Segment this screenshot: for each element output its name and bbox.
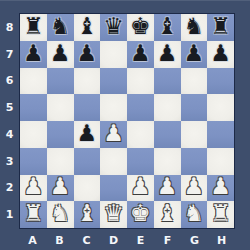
rank-label-5: 5 [0,94,19,121]
piece-black-pawn[interactable]: ♟ [77,42,98,67]
square-b3[interactable] [47,148,74,175]
piece-black-pawn[interactable]: ♟ [23,42,44,67]
file-label-e: E [127,229,154,250]
square-e1[interactable]: ♚ [127,201,154,228]
square-c6[interactable] [74,68,101,95]
square-b1[interactable]: ♞ [47,201,74,228]
square-h2[interactable]: ♟ [207,175,234,202]
square-h3[interactable] [207,148,234,175]
piece-black-pawn[interactable]: ♟ [77,122,98,147]
square-f8[interactable]: ♝ [154,14,181,41]
file-label-f: F [154,229,181,250]
square-b6[interactable] [47,68,74,95]
square-c5[interactable] [74,94,101,121]
square-a4[interactable] [20,121,47,148]
square-d7[interactable] [100,41,127,68]
rank-label-2: 2 [0,175,19,202]
square-a6[interactable] [20,68,47,95]
square-g4[interactable] [181,121,208,148]
piece-black-pawn[interactable]: ♟ [50,42,71,67]
rank-coordinates: 87654321 [0,14,19,228]
square-b7[interactable]: ♟ [47,41,74,68]
square-f5[interactable] [154,94,181,121]
square-g3[interactable] [181,148,208,175]
file-coordinates: ABCDEFGH [19,229,235,250]
piece-black-knight[interactable]: ♞ [50,15,71,40]
square-e4[interactable] [127,121,154,148]
square-d1[interactable]: ♛ [100,201,127,228]
square-c2[interactable] [74,175,101,202]
square-e3[interactable] [127,148,154,175]
square-g7[interactable]: ♟ [181,41,208,68]
file-label-b: B [46,229,73,250]
piece-white-queen[interactable]: ♛ [103,202,124,227]
piece-white-bishop[interactable]: ♝ [157,202,178,227]
piece-black-pawn[interactable]: ♟ [130,42,151,67]
square-h6[interactable] [207,68,234,95]
file-label-h: H [208,229,235,250]
piece-black-knight[interactable]: ♞ [184,15,205,40]
piece-white-pawn[interactable]: ♟ [50,175,71,200]
piece-white-pawn[interactable]: ♟ [103,122,124,147]
square-e5[interactable] [127,94,154,121]
square-e6[interactable] [127,68,154,95]
piece-black-bishop[interactable]: ♝ [157,15,178,40]
square-d6[interactable] [100,68,127,95]
chess-diagram: 87654321 ♜♞♝♛♚♝♞♜♟♟♟♟♟♟♟♟♟♟♟♟♟♟♟♜♞♝♛♚♝♞♜… [0,0,250,250]
square-b8[interactable]: ♞ [47,14,74,41]
piece-white-pawn[interactable]: ♟ [184,175,205,200]
piece-black-queen[interactable]: ♛ [103,15,124,40]
square-c8[interactable]: ♝ [74,14,101,41]
rank-label-3: 3 [0,148,19,175]
rank-label-1: 1 [0,201,19,228]
piece-white-pawn[interactable]: ♟ [210,175,231,200]
piece-white-rook[interactable]: ♜ [23,202,44,227]
square-h5[interactable] [207,94,234,121]
piece-white-pawn[interactable]: ♟ [23,175,44,200]
piece-black-pawn[interactable]: ♟ [157,42,178,67]
square-c3[interactable] [74,148,101,175]
file-label-d: D [100,229,127,250]
square-d4[interactable]: ♟ [100,121,127,148]
square-g8[interactable]: ♞ [181,14,208,41]
square-c1[interactable]: ♝ [74,201,101,228]
square-d2[interactable] [100,175,127,202]
piece-black-king[interactable]: ♚ [130,15,151,40]
square-h7[interactable]: ♟ [207,41,234,68]
rank-label-4: 4 [0,121,19,148]
square-d3[interactable] [100,148,127,175]
square-g1[interactable]: ♞ [181,201,208,228]
square-c7[interactable]: ♟ [74,41,101,68]
square-e7[interactable]: ♟ [127,41,154,68]
square-f4[interactable] [154,121,181,148]
square-c4[interactable]: ♟ [74,121,101,148]
square-b4[interactable] [47,121,74,148]
square-f2[interactable]: ♟ [154,175,181,202]
square-a8[interactable]: ♜ [20,14,47,41]
square-e8[interactable]: ♚ [127,14,154,41]
piece-black-bishop[interactable]: ♝ [77,15,98,40]
piece-black-rook[interactable]: ♜ [210,15,231,40]
square-a7[interactable]: ♟ [20,41,47,68]
piece-white-king[interactable]: ♚ [130,202,151,227]
square-f6[interactable] [154,68,181,95]
piece-white-pawn[interactable]: ♟ [130,175,151,200]
rank-label-7: 7 [0,41,19,68]
file-label-g: G [181,229,208,250]
piece-white-knight[interactable]: ♞ [50,202,71,227]
square-a2[interactable]: ♟ [20,175,47,202]
square-a5[interactable] [20,94,47,121]
square-e2[interactable]: ♟ [127,175,154,202]
piece-white-pawn[interactable]: ♟ [157,175,178,200]
chess-board: ♜♞♝♛♚♝♞♜♟♟♟♟♟♟♟♟♟♟♟♟♟♟♟♜♞♝♛♚♝♞♜ [19,13,235,229]
square-a3[interactable] [20,148,47,175]
square-f3[interactable] [154,148,181,175]
square-d8[interactable]: ♛ [100,14,127,41]
piece-white-rook[interactable]: ♜ [210,202,231,227]
piece-white-knight[interactable]: ♞ [184,202,205,227]
square-h1[interactable]: ♜ [207,201,234,228]
square-h8[interactable]: ♜ [207,14,234,41]
square-b2[interactable]: ♟ [47,175,74,202]
square-a1[interactable]: ♜ [20,201,47,228]
square-h4[interactable] [207,121,234,148]
square-b5[interactable] [47,94,74,121]
rank-label-6: 6 [0,68,19,95]
rank-label-8: 8 [0,14,19,41]
piece-black-pawn[interactable]: ♟ [210,42,231,67]
square-g2[interactable]: ♟ [181,175,208,202]
piece-black-pawn[interactable]: ♟ [184,42,205,67]
square-f1[interactable]: ♝ [154,201,181,228]
square-g6[interactable] [181,68,208,95]
file-label-c: C [73,229,100,250]
square-g5[interactable] [181,94,208,121]
piece-white-bishop[interactable]: ♝ [77,202,98,227]
square-d5[interactable] [100,94,127,121]
file-label-a: A [19,229,46,250]
piece-black-rook[interactable]: ♜ [23,15,44,40]
square-f7[interactable]: ♟ [154,41,181,68]
